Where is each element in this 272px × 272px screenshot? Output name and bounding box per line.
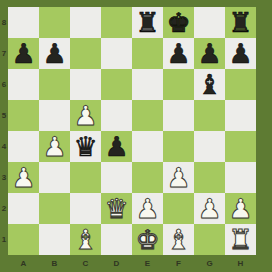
square-g5[interactable] [194, 100, 225, 131]
square-f1[interactable]: ♝ [163, 224, 194, 255]
square-c8[interactable] [70, 7, 101, 38]
square-h6[interactable] [225, 69, 256, 100]
square-e1[interactable]: ♚ [132, 224, 163, 255]
white-pawn-f3[interactable]: ♟ [166, 162, 190, 193]
black-rook-h8[interactable]: ♜ [228, 7, 252, 38]
rank-label-8: 8 [0, 7, 8, 38]
square-f7[interactable]: ♟ [163, 38, 194, 69]
white-bishop-c1[interactable]: ♝ [73, 224, 97, 255]
square-d3[interactable] [101, 162, 132, 193]
square-d1[interactable] [101, 224, 132, 255]
square-e8[interactable]: ♜ [132, 7, 163, 38]
square-h4[interactable] [225, 131, 256, 162]
black-pawn-g7[interactable]: ♟ [197, 38, 221, 69]
white-pawn-h2[interactable]: ♟ [228, 193, 252, 224]
square-g3[interactable] [194, 162, 225, 193]
file-label-b: B [39, 255, 70, 272]
square-a3[interactable]: ♟ [8, 162, 39, 193]
square-a4[interactable] [8, 131, 39, 162]
square-b4[interactable]: ♟ [39, 131, 70, 162]
square-a5[interactable] [8, 100, 39, 131]
black-pawn-b7[interactable]: ♟ [42, 38, 66, 69]
square-a6[interactable] [8, 69, 39, 100]
square-h5[interactable] [225, 100, 256, 131]
square-e4[interactable] [132, 131, 163, 162]
square-a7[interactable]: ♟ [8, 38, 39, 69]
square-f5[interactable] [163, 100, 194, 131]
square-d5[interactable] [101, 100, 132, 131]
square-e7[interactable] [132, 38, 163, 69]
square-g2[interactable]: ♟ [194, 193, 225, 224]
black-bishop-g6[interactable]: ♝ [197, 69, 221, 100]
white-pawn-b4[interactable]: ♟ [42, 131, 66, 162]
rank-label-6: 6 [0, 69, 8, 100]
black-rook-e8[interactable]: ♜ [135, 7, 159, 38]
black-queen-c4[interactable]: ♛ [73, 131, 97, 162]
black-pawn-f7[interactable]: ♟ [166, 38, 190, 69]
square-g1[interactable] [194, 224, 225, 255]
square-h8[interactable]: ♜ [225, 7, 256, 38]
square-b5[interactable] [39, 100, 70, 131]
square-f2[interactable] [163, 193, 194, 224]
square-f8[interactable]: ♚ [163, 7, 194, 38]
black-pawn-h7[interactable]: ♟ [228, 38, 252, 69]
square-e3[interactable] [132, 162, 163, 193]
square-d6[interactable] [101, 69, 132, 100]
white-pawn-e2[interactable]: ♟ [135, 193, 159, 224]
rank-label-4: 4 [0, 131, 8, 162]
black-king-f8[interactable]: ♚ [166, 7, 190, 38]
square-g4[interactable] [194, 131, 225, 162]
file-label-d: D [101, 255, 132, 272]
square-h2[interactable]: ♟ [225, 193, 256, 224]
square-e2[interactable]: ♟ [132, 193, 163, 224]
square-b8[interactable] [39, 7, 70, 38]
rank-label-5: 5 [0, 100, 8, 131]
file-label-e: E [132, 255, 163, 272]
square-d2[interactable]: ♛ [101, 193, 132, 224]
square-b2[interactable] [39, 193, 70, 224]
white-rook-h1[interactable]: ♜ [228, 224, 252, 255]
square-f4[interactable] [163, 131, 194, 162]
square-c3[interactable] [70, 162, 101, 193]
square-g7[interactable]: ♟ [194, 38, 225, 69]
rank-label-1: 1 [0, 224, 8, 255]
square-f3[interactable]: ♟ [163, 162, 194, 193]
rank-label-7: 7 [0, 38, 8, 69]
square-c5[interactable]: ♟ [70, 100, 101, 131]
square-c6[interactable] [70, 69, 101, 100]
square-h3[interactable] [225, 162, 256, 193]
file-label-h: H [225, 255, 256, 272]
chess-board-app: 87654321 ♜♚♜♟♟♟♟♟♝♟♟♛♟♟♟♛♟♟♟♝♚♝♜ ABCDEFG… [0, 0, 272, 272]
file-label-g: G [194, 255, 225, 272]
square-b1[interactable] [39, 224, 70, 255]
square-g6[interactable]: ♝ [194, 69, 225, 100]
square-d8[interactable] [101, 7, 132, 38]
square-f6[interactable] [163, 69, 194, 100]
white-bishop-f1[interactable]: ♝ [166, 224, 190, 255]
square-h7[interactable]: ♟ [225, 38, 256, 69]
square-a1[interactable] [8, 224, 39, 255]
square-b7[interactable]: ♟ [39, 38, 70, 69]
square-b3[interactable] [39, 162, 70, 193]
square-g8[interactable] [194, 7, 225, 38]
black-pawn-d4[interactable]: ♟ [104, 131, 128, 162]
white-king-e1[interactable]: ♚ [135, 224, 159, 255]
square-b6[interactable] [39, 69, 70, 100]
square-e5[interactable] [132, 100, 163, 131]
rank-coordinates: 87654321 [0, 7, 8, 255]
square-d7[interactable] [101, 38, 132, 69]
file-label-a: A [8, 255, 39, 272]
white-pawn-c5[interactable]: ♟ [73, 100, 97, 131]
square-a8[interactable] [8, 7, 39, 38]
white-queen-d2[interactable]: ♛ [104, 193, 128, 224]
black-pawn-a7[interactable]: ♟ [11, 38, 35, 69]
square-d4[interactable]: ♟ [101, 131, 132, 162]
rank-label-2: 2 [0, 193, 8, 224]
file-label-c: C [70, 255, 101, 272]
rank-label-3: 3 [0, 162, 8, 193]
square-a2[interactable] [8, 193, 39, 224]
square-e6[interactable] [132, 69, 163, 100]
square-c2[interactable] [70, 193, 101, 224]
white-pawn-g2[interactable]: ♟ [197, 193, 221, 224]
white-pawn-a3[interactable]: ♟ [11, 162, 35, 193]
square-c1[interactable]: ♝ [70, 224, 101, 255]
square-c7[interactable] [70, 38, 101, 69]
chess-board: ♜♚♜♟♟♟♟♟♝♟♟♛♟♟♟♛♟♟♟♝♚♝♜ [8, 7, 256, 255]
square-c4[interactable]: ♛ [70, 131, 101, 162]
file-label-f: F [163, 255, 194, 272]
square-h1[interactable]: ♜ [225, 224, 256, 255]
file-coordinates: ABCDEFGH [8, 255, 256, 272]
